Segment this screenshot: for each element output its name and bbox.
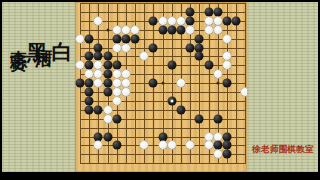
black-stone[interactable]: [85, 96, 94, 105]
black-stone[interactable]: [103, 88, 112, 97]
black-stone[interactable]: [103, 132, 112, 141]
white-stone[interactable]: [213, 150, 222, 159]
black-stone[interactable]: [186, 7, 195, 16]
white-stone[interactable]: [94, 79, 103, 88]
white-stone[interactable]: [213, 25, 222, 34]
black-stone[interactable]: [112, 114, 121, 123]
white-stone[interactable]: [94, 141, 103, 150]
white-stone[interactable]: [121, 43, 130, 52]
black-stone[interactable]: [222, 79, 231, 88]
black-stone[interactable]: [85, 34, 94, 43]
black-stone[interactable]: [112, 141, 121, 150]
hoshi-point: [161, 82, 164, 85]
white-stone[interactable]: [112, 96, 121, 105]
white-stone[interactable]: [213, 70, 222, 79]
black-stone[interactable]: [213, 114, 222, 123]
white-stone[interactable]: [112, 79, 121, 88]
black-stone[interactable]: [158, 132, 167, 141]
white-stone[interactable]: [186, 25, 195, 34]
white-stone[interactable]: [121, 25, 130, 34]
black-stone[interactable]: [85, 61, 94, 70]
black-stone[interactable]: [94, 132, 103, 141]
black-stone[interactable]: [85, 52, 94, 61]
black-stone[interactable]: [195, 43, 204, 52]
black-stone[interactable]: [149, 79, 158, 88]
black-stone[interactable]: [103, 79, 112, 88]
white-stone[interactable]: [204, 16, 213, 25]
white-stone[interactable]: [222, 52, 231, 61]
black-player-name: 李志贤: [10, 36, 27, 42]
black-stone[interactable]: [94, 105, 103, 114]
black-stone[interactable]: [158, 25, 167, 34]
grid-line-vertical: [236, 3, 237, 164]
white-player-caption: 白 柯洁: [35, 24, 73, 38]
white-side-label: 白: [52, 24, 73, 38]
white-stone[interactable]: [121, 88, 130, 97]
black-stone[interactable]: [222, 132, 231, 141]
black-stone[interactable]: [186, 16, 195, 25]
white-stone[interactable]: [176, 16, 185, 25]
white-stone[interactable]: [112, 70, 121, 79]
watermark-text: 徐老师围棋教室: [252, 145, 315, 154]
white-stone[interactable]: [85, 70, 94, 79]
white-stone[interactable]: [213, 132, 222, 141]
black-stone[interactable]: [176, 25, 185, 34]
white-stone[interactable]: [176, 79, 185, 88]
screenshot-root: 黑 李志贤 白 柯洁 徐老师围棋教室: [0, 0, 320, 180]
black-stone[interactable]: [176, 105, 185, 114]
black-stone[interactable]: [195, 52, 204, 61]
black-stone[interactable]: [213, 7, 222, 16]
white-stone[interactable]: [140, 52, 149, 61]
black-stone[interactable]: [222, 16, 231, 25]
grid-line-horizontal: [80, 163, 246, 164]
white-stone[interactable]: [103, 114, 112, 123]
white-stone[interactable]: [222, 34, 231, 43]
grid-line-horizontal: [80, 101, 246, 102]
white-stone[interactable]: [112, 88, 121, 97]
black-stone[interactable]: [85, 105, 94, 114]
black-stone[interactable]: [186, 43, 195, 52]
white-stone[interactable]: [76, 61, 85, 70]
black-stone[interactable]: [149, 16, 158, 25]
white-stone[interactable]: [94, 70, 103, 79]
white-stone[interactable]: [213, 16, 222, 25]
black-stone[interactable]: [103, 70, 112, 79]
black-stone[interactable]: [213, 141, 222, 150]
white-stone[interactable]: [167, 16, 176, 25]
grid-line-vertical: [199, 3, 200, 164]
hoshi-point: [216, 82, 219, 85]
black-stone[interactable]: [222, 150, 231, 159]
white-stone[interactable]: [103, 105, 112, 114]
black-stone[interactable]: [103, 61, 112, 70]
black-stone[interactable]: [94, 43, 103, 52]
black-stone[interactable]: [232, 16, 241, 25]
black-stone[interactable]: [112, 61, 121, 70]
black-stone[interactable]: [167, 25, 176, 34]
black-stone[interactable]: [76, 79, 85, 88]
black-stone[interactable]: [131, 34, 140, 43]
last-move-marker: [170, 99, 173, 102]
black-stone[interactable]: [195, 34, 204, 43]
white-stone[interactable]: [204, 132, 213, 141]
white-stone[interactable]: [112, 25, 121, 34]
black-stone[interactable]: [149, 43, 158, 52]
black-stone[interactable]: [94, 52, 103, 61]
tatami-left-panel: 黑 李志贤 白 柯洁: [2, 2, 75, 172]
white-player-name: 柯洁: [35, 34, 52, 38]
white-stone[interactable]: [112, 43, 121, 52]
black-stone[interactable]: [204, 7, 213, 16]
white-stone[interactable]: [186, 141, 195, 150]
black-stone[interactable]: [204, 61, 213, 70]
black-stone[interactable]: [195, 114, 204, 123]
white-stone[interactable]: [167, 141, 176, 150]
black-stone[interactable]: [85, 79, 94, 88]
white-stone[interactable]: [204, 25, 213, 34]
white-stone[interactable]: [94, 61, 103, 70]
white-stone[interactable]: [158, 16, 167, 25]
grid-line-horizontal: [80, 128, 246, 129]
black-stone[interactable]: [167, 61, 176, 70]
white-stone[interactable]: [121, 79, 130, 88]
white-stone[interactable]: [140, 141, 149, 150]
white-stone[interactable]: [204, 141, 213, 150]
white-stone[interactable]: [121, 70, 130, 79]
white-stone[interactable]: [222, 61, 231, 70]
white-stone[interactable]: [131, 25, 140, 34]
black-stone[interactable]: [121, 34, 130, 43]
black-stone[interactable]: [103, 52, 112, 61]
hoshi-point: [106, 28, 109, 31]
black-stone[interactable]: [85, 88, 94, 97]
white-stone[interactable]: [158, 141, 167, 150]
black-stone[interactable]: [112, 34, 121, 43]
black-stone[interactable]: [222, 141, 231, 150]
white-stone[interactable]: [94, 16, 103, 25]
go-board[interactable]: [75, 2, 249, 172]
white-stone[interactable]: [76, 34, 85, 43]
